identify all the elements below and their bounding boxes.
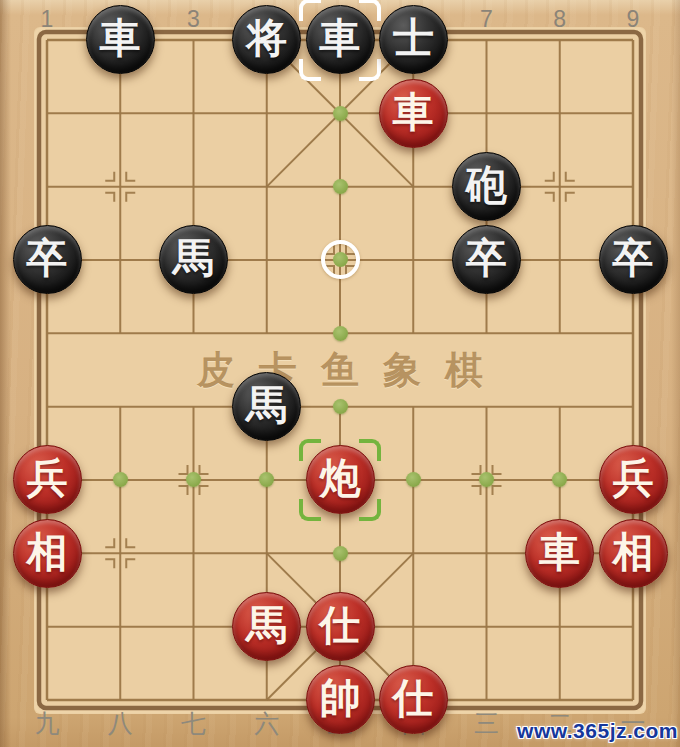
piece-black-horse[interactable]: 馬 [232, 372, 301, 441]
move-hint-dot[interactable] [333, 252, 348, 267]
piece-black-cannon[interactable]: 砲 [452, 152, 521, 221]
move-hint-dot[interactable] [186, 472, 201, 487]
piece-red-rook[interactable]: 車 [525, 519, 594, 588]
piece-glyph: 砲 [466, 165, 507, 206]
piece-black-advisor[interactable]: 士 [379, 5, 448, 74]
move-hint-dot[interactable] [552, 472, 567, 487]
xiangqi-app: 123456789 九八七六五四三二一 皮卡鱼象棋 車将車士車砲卒馬卒卒馬兵炮兵… [0, 0, 680, 747]
piece-glyph: 車 [100, 18, 141, 59]
move-hint-dot[interactable] [333, 326, 348, 341]
piece-black-pawn[interactable]: 卒 [13, 225, 82, 294]
move-hint-dot[interactable] [113, 472, 128, 487]
piece-red-elephant[interactable]: 相 [599, 519, 668, 588]
move-hint-dot[interactable] [333, 179, 348, 194]
move-hint-dot[interactable] [333, 399, 348, 414]
piece-glyph: 炮 [320, 458, 361, 499]
piece-red-general[interactable]: 帥 [306, 665, 375, 734]
piece-glyph: 馬 [173, 238, 214, 279]
piece-glyph: 兵 [27, 458, 68, 499]
piece-black-pawn[interactable]: 卒 [599, 225, 668, 294]
piece-red-advisor[interactable]: 仕 [306, 592, 375, 661]
piece-red-pawn[interactable]: 兵 [13, 445, 82, 514]
piece-black-rook[interactable]: 車 [306, 5, 375, 74]
piece-glyph: 馬 [246, 605, 287, 646]
piece-glyph: 車 [393, 92, 434, 133]
piece-red-horse[interactable]: 馬 [232, 592, 301, 661]
piece-glyph: 仕 [320, 605, 361, 646]
piece-glyph: 卒 [613, 238, 654, 279]
piece-black-horse[interactable]: 馬 [159, 225, 228, 294]
piece-black-pawn[interactable]: 卒 [452, 225, 521, 294]
piece-red-rook[interactable]: 車 [379, 79, 448, 148]
piece-glyph: 士 [393, 18, 434, 59]
piece-red-elephant[interactable]: 相 [13, 519, 82, 588]
piece-black-rook[interactable]: 車 [86, 5, 155, 74]
piece-black-general[interactable]: 将 [232, 5, 301, 74]
move-hint-dot[interactable] [479, 472, 494, 487]
piece-red-cannon[interactable]: 炮 [306, 445, 375, 514]
move-hint-dot[interactable] [259, 472, 274, 487]
piece-glyph: 卒 [27, 238, 68, 279]
piece-glyph: 帥 [320, 678, 361, 719]
board-grid: 車将車士車砲卒馬卒卒馬兵炮兵相車相馬仕帥仕 [10, 3, 669, 736]
piece-red-pawn[interactable]: 兵 [599, 445, 668, 514]
piece-glyph: 卒 [466, 238, 507, 279]
piece-glyph: 兵 [613, 458, 654, 499]
move-hint-dot[interactable] [406, 472, 421, 487]
piece-glyph: 相 [613, 532, 654, 573]
move-hint-dot[interactable] [333, 546, 348, 561]
piece-glyph: 相 [27, 532, 68, 573]
site-watermark: www.365jz.com [517, 719, 678, 743]
piece-glyph: 馬 [246, 385, 287, 426]
move-hint-dot[interactable] [333, 106, 348, 121]
piece-red-advisor[interactable]: 仕 [379, 665, 448, 734]
piece-glyph: 将 [246, 18, 287, 59]
piece-glyph: 仕 [393, 678, 434, 719]
piece-glyph: 車 [539, 532, 580, 573]
last-move-origin-marker [321, 240, 360, 279]
piece-glyph: 車 [320, 18, 361, 59]
